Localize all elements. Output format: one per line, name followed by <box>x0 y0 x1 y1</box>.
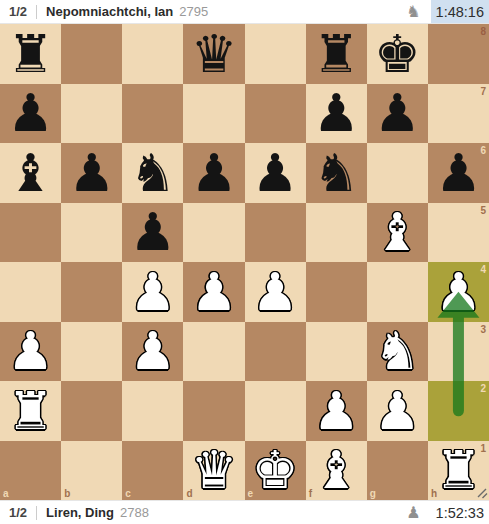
black-pawn[interactable]: ♟ <box>428 143 489 203</box>
square-h6[interactable]: 6♟ <box>428 143 489 203</box>
black-rook[interactable]: ♜ <box>306 24 367 84</box>
square-h8[interactable]: 8 <box>428 24 489 84</box>
white-pawn[interactable]: ♟ <box>122 322 183 382</box>
square-d1[interactable]: d♛ <box>183 441 244 501</box>
square-e6[interactable]: ♟ <box>245 143 306 203</box>
player-bar-bottom: 1/2 Liren, Ding 2788 ♟ 1:52:33 <box>0 500 489 524</box>
square-g7[interactable]: ♟ <box>367 84 428 144</box>
square-e4[interactable]: ♟ <box>245 262 306 322</box>
player-rating-bottom: 2788 <box>120 505 149 520</box>
square-h7[interactable]: 7 <box>428 84 489 144</box>
coord-file-b: b <box>64 488 70 499</box>
square-a6[interactable]: ♝ <box>0 143 61 203</box>
square-g1[interactable]: g <box>367 441 428 501</box>
square-a3[interactable]: ♟ <box>0 322 61 382</box>
chess-broadcast-window: 1/2 Nepomniachtchi, Ian 2795 ♞ 1:48:16 ♜… <box>0 0 489 524</box>
coord-rank-8: 8 <box>480 26 486 37</box>
square-h5[interactable]: 5 <box>428 203 489 263</box>
square-b3[interactable] <box>61 322 122 382</box>
square-a4[interactable] <box>0 262 61 322</box>
clock-bottom: 1:52:33 <box>431 501 489 524</box>
square-f5[interactable] <box>306 203 367 263</box>
square-a7[interactable]: ♟ <box>0 84 61 144</box>
black-pawn[interactable]: ♟ <box>0 84 61 144</box>
square-c6[interactable]: ♞ <box>122 143 183 203</box>
square-f3[interactable] <box>306 322 367 382</box>
square-d3[interactable] <box>183 322 244 382</box>
white-pawn[interactable]: ♟ <box>428 262 489 322</box>
white-rook[interactable]: ♜ <box>0 381 61 441</box>
square-b7[interactable] <box>61 84 122 144</box>
square-h4[interactable]: 4♟ <box>428 262 489 322</box>
square-h3[interactable]: 3 <box>428 322 489 382</box>
square-g5[interactable]: ♝ <box>367 203 428 263</box>
square-d8[interactable]: ♛ <box>183 24 244 84</box>
square-f6[interactable]: ♞ <box>306 143 367 203</box>
square-g3[interactable]: ♞ <box>367 322 428 382</box>
square-f1[interactable]: f♝ <box>306 441 367 501</box>
black-bishop[interactable]: ♝ <box>0 143 61 203</box>
square-a1[interactable]: a <box>0 441 61 501</box>
square-c8[interactable] <box>122 24 183 84</box>
coord-file-a: a <box>3 488 9 499</box>
square-b2[interactable] <box>61 381 122 441</box>
square-e3[interactable] <box>245 322 306 382</box>
divider <box>36 5 37 19</box>
square-d2[interactable] <box>183 381 244 441</box>
black-pawn[interactable]: ♟ <box>122 203 183 263</box>
coord-file-g: g <box>370 488 376 499</box>
square-f8[interactable]: ♜ <box>306 24 367 84</box>
white-queen[interactable]: ♛ <box>183 441 244 501</box>
square-g6[interactable] <box>367 143 428 203</box>
square-g4[interactable] <box>367 262 428 322</box>
square-d6[interactable]: ♟ <box>183 143 244 203</box>
white-pawn[interactable]: ♟ <box>245 262 306 322</box>
square-c7[interactable] <box>122 84 183 144</box>
coord-file-c: c <box>125 488 131 499</box>
white-pawn[interactable]: ♟ <box>183 262 244 322</box>
black-pawn[interactable]: ♟ <box>245 143 306 203</box>
square-g8[interactable]: ♚ <box>367 24 428 84</box>
black-pawn[interactable]: ♟ <box>306 84 367 144</box>
square-e7[interactable] <box>245 84 306 144</box>
square-b6[interactable]: ♟ <box>61 143 122 203</box>
knight-icon: ♞ <box>406 4 420 20</box>
square-c3[interactable]: ♟ <box>122 322 183 382</box>
coord-rank-2: 2 <box>480 383 486 394</box>
black-knight[interactable]: ♞ <box>122 143 183 203</box>
square-a8[interactable]: ♜ <box>0 24 61 84</box>
coord-rank-5: 5 <box>480 205 486 216</box>
square-f7[interactable]: ♟ <box>306 84 367 144</box>
black-pawn[interactable]: ♟ <box>367 84 428 144</box>
square-e8[interactable] <box>245 24 306 84</box>
square-d5[interactable] <box>183 203 244 263</box>
board-resize-handle[interactable] <box>476 487 488 499</box>
square-c1[interactable]: c <box>122 441 183 501</box>
white-bishop[interactable]: ♝ <box>306 441 367 501</box>
square-f2[interactable]: ♟ <box>306 381 367 441</box>
square-a2[interactable]: ♜ <box>0 381 61 441</box>
black-king[interactable]: ♚ <box>367 24 428 84</box>
clock-top: 1:48:16 <box>431 0 489 23</box>
black-knight[interactable]: ♞ <box>306 143 367 203</box>
coord-rank-7: 7 <box>480 86 486 97</box>
square-g2[interactable]: ♟ <box>367 381 428 441</box>
square-c5[interactable]: ♟ <box>122 203 183 263</box>
square-b4[interactable] <box>61 262 122 322</box>
square-b8[interactable] <box>61 24 122 84</box>
square-d7[interactable] <box>183 84 244 144</box>
coord-rank-3: 3 <box>480 324 486 335</box>
white-pawn[interactable]: ♟ <box>0 322 61 382</box>
square-c2[interactable] <box>122 381 183 441</box>
game-score-bottom: 1/2 <box>0 505 36 520</box>
square-b1[interactable]: b <box>61 441 122 501</box>
square-e2[interactable] <box>245 381 306 441</box>
white-king[interactable]: ♚ <box>245 441 306 501</box>
black-queen[interactable]: ♛ <box>183 24 244 84</box>
square-h2[interactable]: 2 <box>428 381 489 441</box>
white-pawn[interactable]: ♟ <box>367 381 428 441</box>
square-b5[interactable] <box>61 203 122 263</box>
white-bishop[interactable]: ♝ <box>367 203 428 263</box>
square-e1[interactable]: e♚ <box>245 441 306 501</box>
player-rating-top: 2795 <box>179 4 208 19</box>
square-c4[interactable]: ♟ <box>122 262 183 322</box>
white-knight[interactable]: ♞ <box>367 322 428 382</box>
player-name-top: Nepomniachtchi, Ian <box>46 4 173 19</box>
square-d4[interactable]: ♟ <box>183 262 244 322</box>
black-pawn[interactable]: ♟ <box>61 143 122 203</box>
game-score-top: 1/2 <box>0 4 36 19</box>
white-pawn[interactable]: ♟ <box>122 262 183 322</box>
pawn-icon: ♟ <box>406 505 420 521</box>
player-name-bottom: Liren, Ding <box>46 505 114 520</box>
white-pawn[interactable]: ♟ <box>306 381 367 441</box>
board: ♜♛♜♚8♟♟♟7♝♟♞♟♟♞6♟♟♝5♟♟♟4♟♟♟♞3♜♟♟2abcd♛e♚… <box>0 24 489 500</box>
divider <box>36 506 37 520</box>
player-bar-top: 1/2 Nepomniachtchi, Ian 2795 ♞ 1:48:16 <box>0 0 489 24</box>
square-f4[interactable] <box>306 262 367 322</box>
black-pawn[interactable]: ♟ <box>183 143 244 203</box>
square-a5[interactable] <box>0 203 61 263</box>
square-e5[interactable] <box>245 203 306 263</box>
black-rook[interactable]: ♜ <box>0 24 61 84</box>
